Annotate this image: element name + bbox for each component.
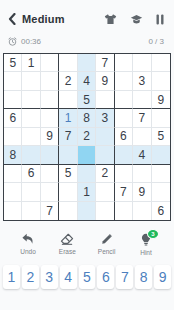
back-chevron-icon — [8, 13, 16, 25]
numpad-key-1[interactable]: 1 — [3, 265, 20, 289]
page-title: Medium — [22, 13, 65, 25]
digit: 2 — [83, 129, 90, 143]
cell-r8c9[interactable] — [152, 183, 170, 201]
digit: 4 — [138, 148, 145, 162]
top-bar: Medium — [0, 0, 174, 30]
digit: 6 — [120, 129, 127, 143]
cell-r6c3[interactable] — [41, 146, 59, 164]
numpad-key-6[interactable]: 6 — [97, 265, 114, 289]
erase-button[interactable]: Erase — [53, 233, 81, 256]
cell-r9c7[interactable] — [115, 202, 133, 220]
pencil-icon — [100, 233, 113, 245]
digit: 3 — [138, 74, 145, 88]
digit: 9 — [46, 129, 53, 143]
pencil-button[interactable]: Pencil — [93, 233, 121, 256]
undo-icon — [21, 233, 35, 245]
cell-r8c7[interactable]: 7 — [115, 183, 133, 201]
tshirt-theme-button[interactable] — [104, 13, 117, 25]
cell-r2c5[interactable]: 4 — [78, 72, 96, 90]
cell-r6c9[interactable] — [152, 146, 170, 164]
cell-r1c1[interactable]: 5 — [4, 54, 22, 72]
graduation-cap-button[interactable] — [130, 14, 143, 25]
cell-r6c7[interactable] — [115, 146, 133, 164]
cell-r4c1[interactable]: 6 — [4, 109, 22, 127]
hint-button[interactable]: 3 Hint — [132, 233, 160, 256]
digit: 5 — [83, 93, 90, 107]
cell-r1c4[interactable] — [59, 54, 77, 72]
cell-r4c7[interactable] — [115, 109, 133, 127]
digit: 5 — [9, 56, 16, 70]
digit: 3 — [102, 111, 109, 125]
digit: 7 — [138, 111, 145, 125]
numpad-key-4[interactable]: 4 — [60, 265, 77, 289]
cell-r1c7[interactable] — [115, 54, 133, 72]
digit: 9 — [138, 185, 145, 199]
cell-r3c8[interactable] — [133, 91, 151, 109]
cell-r6c5[interactable] — [78, 146, 96, 164]
cell-r8c8[interactable]: 9 — [133, 183, 151, 201]
sudoku-app: Medium 00:36 — [0, 0, 174, 310]
pause-icon — [156, 14, 164, 25]
timer-value: 00:36 — [21, 37, 41, 46]
digit: 7 — [102, 56, 109, 70]
cell-r7c2[interactable]: 6 — [22, 165, 40, 183]
numpad-key-8[interactable]: 8 — [135, 265, 152, 289]
cell-r7c4[interactable]: 5 — [59, 165, 77, 183]
digit: 6 — [157, 204, 164, 218]
erase-label: Erase — [59, 248, 76, 255]
cell-r5c9[interactable]: 5 — [152, 128, 170, 146]
cell-r9c8[interactable] — [133, 202, 151, 220]
digit: 6 — [9, 111, 16, 125]
cell-r7c6[interactable]: 2 — [96, 165, 114, 183]
cell-r2c8[interactable]: 3 — [133, 72, 151, 90]
cell-r9c4[interactable] — [59, 202, 77, 220]
cell-r2c6[interactable]: 9 — [96, 72, 114, 90]
digit: 5 — [157, 129, 164, 143]
pause-button[interactable] — [156, 14, 164, 25]
cell-r5c2[interactable] — [22, 128, 40, 146]
cell-r3c5[interactable]: 5 — [78, 91, 96, 109]
cell-r8c2[interactable] — [22, 183, 40, 201]
cell-r6c8[interactable]: 4 — [133, 146, 151, 164]
pencil-label: Pencil — [98, 248, 116, 255]
sudoku-board: 51724935961837972658465217976 — [3, 53, 171, 221]
cell-r8c3[interactable] — [41, 183, 59, 201]
cell-r3c9[interactable]: 9 — [152, 91, 170, 109]
cell-r4c9[interactable] — [152, 109, 170, 127]
cell-r9c1[interactable] — [4, 202, 22, 220]
digit: 2 — [65, 74, 72, 88]
numpad-key-9[interactable]: 9 — [154, 265, 171, 289]
digit: 7 — [65, 129, 72, 143]
cell-r8c4[interactable] — [59, 183, 77, 201]
digit: 9 — [102, 74, 109, 88]
cell-r9c3[interactable]: 7 — [41, 202, 59, 220]
cell-r3c1[interactable] — [4, 91, 22, 109]
cell-r8c1[interactable] — [4, 183, 22, 201]
cell-r4c6[interactable]: 3 — [96, 109, 114, 127]
eraser-icon — [60, 233, 74, 245]
undo-label: Undo — [20, 248, 36, 255]
cell-r8c5[interactable]: 1 — [78, 183, 96, 201]
cell-r2c1[interactable] — [4, 72, 22, 90]
cell-r7c8[interactable] — [133, 165, 151, 183]
cell-r4c3[interactable] — [41, 109, 59, 127]
back-button[interactable] — [8, 13, 16, 25]
numpad-key-5[interactable]: 5 — [79, 265, 96, 289]
cell-r7c7[interactable] — [115, 165, 133, 183]
tshirt-theme-icon — [104, 13, 117, 25]
digit: 4 — [83, 74, 90, 88]
cell-r6c6[interactable] — [96, 146, 114, 164]
cell-r4c8[interactable]: 7 — [133, 109, 151, 127]
undo-button[interactable]: Undo — [14, 233, 42, 256]
hint-label: Hint — [140, 249, 152, 256]
cell-r9c6[interactable] — [96, 202, 114, 220]
numpad-key-7[interactable]: 7 — [116, 265, 133, 289]
cell-r7c3[interactable] — [41, 165, 59, 183]
cell-r1c6[interactable]: 7 — [96, 54, 114, 72]
digit: 8 — [9, 148, 16, 162]
cell-r3c7[interactable] — [115, 91, 133, 109]
cell-r2c9[interactable] — [152, 72, 170, 90]
digit: 8 — [83, 111, 90, 125]
number-pad: 123456789 — [0, 256, 174, 289]
status-bar: 00:36 0 / 3 — [0, 30, 174, 48]
cell-r1c8[interactable] — [133, 54, 151, 72]
cell-r4c5[interactable]: 8 — [78, 109, 96, 127]
cell-r8c6[interactable] — [96, 183, 114, 201]
mistakes-counter: 0 / 3 — [148, 37, 164, 46]
cell-r1c9[interactable] — [152, 54, 170, 72]
bottom-toolbar: Undo Erase Pencil 3 Hint — [0, 221, 174, 256]
digit: 5 — [65, 166, 72, 180]
digit: 6 — [28, 166, 35, 180]
cell-r6c4[interactable] — [59, 146, 77, 164]
cell-r5c3[interactable]: 9 — [41, 128, 59, 146]
alarm-clock-icon — [8, 37, 17, 46]
digit: 1 — [83, 185, 90, 199]
cell-r3c2[interactable] — [22, 91, 40, 109]
cell-r9c5[interactable] — [78, 202, 96, 220]
cell-r3c3[interactable] — [41, 91, 59, 109]
cell-r6c1[interactable]: 8 — [4, 146, 22, 164]
cell-r1c3[interactable] — [41, 54, 59, 72]
hint-badge: 3 — [147, 229, 159, 239]
cell-r1c2[interactable]: 1 — [22, 54, 40, 72]
cell-r4c2[interactable] — [22, 109, 40, 127]
cell-r5c6[interactable] — [96, 128, 114, 146]
cell-r5c7[interactable]: 6 — [115, 128, 133, 146]
cell-r5c1[interactable] — [4, 128, 22, 146]
cell-r9c2[interactable] — [22, 202, 40, 220]
cell-r2c2[interactable] — [22, 72, 40, 90]
cell-r3c6[interactable] — [96, 91, 114, 109]
numpad-key-3[interactable]: 3 — [41, 265, 58, 289]
cell-r7c9[interactable] — [152, 165, 170, 183]
digit: 7 — [46, 204, 53, 218]
digit: 2 — [102, 166, 109, 180]
cell-r7c1[interactable] — [4, 165, 22, 183]
cell-r5c5[interactable]: 2 — [78, 128, 96, 146]
digit: 1 — [28, 56, 35, 70]
digit: 1 — [65, 111, 72, 125]
digit: 7 — [120, 185, 127, 199]
cell-r3c4[interactable] — [59, 91, 77, 109]
cell-r5c8[interactable] — [133, 128, 151, 146]
cell-r9c9[interactable]: 6 — [152, 202, 170, 220]
cell-r7c5[interactable] — [78, 165, 96, 183]
cell-r2c4[interactable]: 2 — [59, 72, 77, 90]
graduation-cap-icon — [130, 14, 143, 25]
cell-r4c4[interactable]: 1 — [59, 109, 77, 127]
cell-r5c4[interactable]: 7 — [59, 128, 77, 146]
cell-r1c5[interactable] — [78, 54, 96, 72]
cell-r6c2[interactable] — [22, 146, 40, 164]
cell-r2c3[interactable] — [41, 72, 59, 90]
digit: 9 — [157, 93, 164, 107]
numpad-key-2[interactable]: 2 — [22, 265, 39, 289]
cell-r2c7[interactable] — [115, 72, 133, 90]
